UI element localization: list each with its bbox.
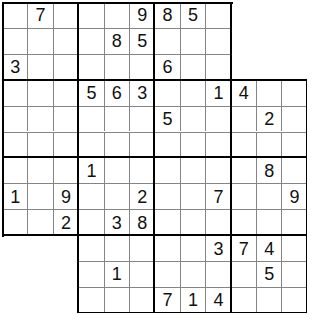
cell-r3c1-given: 3	[2, 54, 27, 80]
cell-r6c1[interactable]	[2, 132, 27, 158]
box-border-line	[77, 79, 79, 313]
cell-r12c10[interactable]	[231, 287, 256, 313]
box-border-line	[77, 79, 307, 81]
cell-r2c1[interactable]	[2, 28, 27, 54]
cell-r2c5-given: 8	[104, 28, 129, 54]
cell-r10c6[interactable]	[129, 235, 154, 261]
cell-r8c2[interactable]	[27, 183, 52, 209]
cell-r7c10[interactable]	[231, 157, 256, 183]
cell-r8c7[interactable]	[154, 183, 179, 209]
cell-r8c10[interactable]	[231, 183, 256, 209]
cell-r12c4[interactable]	[78, 287, 103, 313]
puzzle-page: 798585365631452181927923837415714	[0, 0, 312, 320]
cell-r5c7-given: 5	[154, 106, 179, 132]
cell-r7c6[interactable]	[129, 157, 154, 183]
cell-r11c11-given: 5	[256, 261, 281, 287]
cell-r3c4[interactable]	[78, 54, 103, 80]
cell-r2c4[interactable]	[78, 28, 103, 54]
cell-r9c11[interactable]	[256, 209, 281, 235]
cell-r4c1[interactable]	[2, 80, 27, 106]
box-border-line	[2, 2, 233, 4]
cell-r5c9[interactable]	[205, 106, 230, 132]
cell-r1c8-given: 5	[180, 2, 205, 28]
cell-r9c8[interactable]	[180, 209, 205, 235]
cell-r1c3[interactable]	[53, 2, 78, 28]
cell-r5c8[interactable]	[180, 106, 205, 132]
box-border-line	[77, 312, 307, 313]
cell-r11c7[interactable]	[154, 261, 179, 287]
cell-r3c7-given: 6	[154, 54, 179, 80]
cell-r10c9-given: 3	[205, 235, 230, 261]
cell-r5c3[interactable]	[53, 106, 78, 132]
cell-r4c2[interactable]	[27, 80, 52, 106]
cell-r12c7-given: 7	[154, 287, 179, 313]
cell-r3c3[interactable]	[53, 54, 78, 80]
cell-r7c1[interactable]	[2, 157, 27, 183]
cell-r8c1-given: 1	[2, 183, 27, 209]
cell-r4c9-given: 1	[205, 80, 230, 106]
cell-r10c8[interactable]	[180, 235, 205, 261]
cell-r6c6[interactable]	[129, 132, 154, 158]
cell-r3c6[interactable]	[129, 54, 154, 80]
cell-r3c2[interactable]	[27, 54, 52, 80]
cell-r11c9[interactable]	[205, 261, 230, 287]
cell-r7c9[interactable]	[205, 157, 230, 183]
cell-r6c5[interactable]	[104, 132, 129, 158]
cell-r11c8[interactable]	[180, 261, 205, 287]
cell-r3c5[interactable]	[104, 54, 129, 80]
cell-r8c11[interactable]	[256, 183, 281, 209]
cell-r1c4[interactable]	[78, 2, 103, 28]
cell-r5c10[interactable]	[231, 106, 256, 132]
cell-r12c9-given: 4	[205, 287, 230, 313]
box-border-line	[77, 234, 307, 236]
cell-r9c2[interactable]	[27, 209, 52, 235]
cell-r5c2[interactable]	[27, 106, 52, 132]
cell-r12c6[interactable]	[129, 287, 154, 313]
sudoku-board: 798585365631452181927923837415714	[2, 2, 307, 313]
cell-r7c7[interactable]	[154, 157, 179, 183]
cell-r8c6-given: 2	[129, 183, 154, 209]
cell-r4c5-given: 6	[104, 80, 129, 106]
cell-r8c3-given: 9	[53, 183, 78, 209]
cell-r9c12[interactable]	[281, 209, 306, 235]
cell-r5c1[interactable]	[2, 106, 27, 132]
cell-r6c9[interactable]	[205, 132, 230, 158]
cell-r4c11[interactable]	[256, 80, 281, 106]
cell-r5c11-given: 2	[256, 106, 281, 132]
cell-r8c4[interactable]	[78, 183, 103, 209]
cell-r4c8[interactable]	[180, 80, 205, 106]
box-border-line	[2, 2, 4, 237]
cell-r6c8[interactable]	[180, 132, 205, 158]
cell-r9c4[interactable]	[78, 209, 103, 235]
cell-r9c3-given: 2	[53, 209, 78, 235]
cell-r7c5[interactable]	[104, 157, 129, 183]
cell-r8c12-given: 9	[281, 183, 306, 209]
cell-r1c9[interactable]	[205, 2, 230, 28]
cell-r1c2-given: 7	[27, 2, 52, 28]
cell-r10c10-given: 7	[231, 235, 256, 261]
cell-r11c10[interactable]	[231, 261, 256, 287]
cell-r2c8[interactable]	[180, 28, 205, 54]
cell-r9c10[interactable]	[231, 209, 256, 235]
cell-r12c12[interactable]	[281, 287, 306, 313]
box-border-line	[77, 156, 307, 158]
cell-r5c5[interactable]	[104, 106, 129, 132]
cell-r3c8[interactable]	[180, 54, 205, 80]
cell-r9c7[interactable]	[154, 209, 179, 235]
cell-r6c7[interactable]	[154, 132, 179, 158]
cell-r6c10[interactable]	[231, 132, 256, 158]
cell-r10c7[interactable]	[154, 235, 179, 261]
cell-r6c12[interactable]	[281, 132, 306, 158]
cell-r5c6[interactable]	[129, 106, 154, 132]
cell-r10c12[interactable]	[281, 235, 306, 261]
cell-r3c9[interactable]	[205, 54, 230, 80]
box-border-line	[153, 79, 155, 313]
cell-r9c1[interactable]	[2, 209, 27, 235]
cell-r11c5-given: 1	[104, 261, 129, 287]
cell-r11c12[interactable]	[281, 261, 306, 287]
cell-r6c2[interactable]	[27, 132, 52, 158]
cell-r7c4-given: 1	[78, 157, 103, 183]
cell-r4c6-given: 3	[129, 80, 154, 106]
cell-r8c8[interactable]	[180, 183, 205, 209]
cell-r7c8[interactable]	[180, 157, 205, 183]
cell-r2c9[interactable]	[205, 28, 230, 54]
cell-r5c12[interactable]	[281, 106, 306, 132]
cell-r9c9[interactable]	[205, 209, 230, 235]
cell-r4c7[interactable]	[154, 80, 179, 106]
cell-r12c11[interactable]	[256, 287, 281, 313]
cell-r8c5[interactable]	[104, 183, 129, 209]
cell-r12c8-given: 1	[180, 287, 205, 313]
cell-r9c5-given: 3	[104, 209, 129, 235]
cell-r5c4[interactable]	[78, 106, 103, 132]
cell-r2c6-given: 5	[129, 28, 154, 54]
cell-r1c6-given: 9	[129, 2, 154, 28]
cell-r8c9-given: 7	[205, 183, 230, 209]
cell-r2c3[interactable]	[53, 28, 78, 54]
cell-r9c6-given: 8	[129, 209, 154, 235]
cell-r10c5[interactable]	[104, 235, 129, 261]
cell-r11c4[interactable]	[78, 261, 103, 287]
cell-r10c4[interactable]	[78, 235, 103, 261]
box-border-line	[306, 79, 307, 313]
cell-r4c4-given: 5	[78, 80, 103, 106]
cell-r1c5[interactable]	[104, 2, 129, 28]
cell-r1c7-given: 8	[154, 2, 179, 28]
cell-r11c6[interactable]	[129, 261, 154, 287]
cell-r7c3[interactable]	[53, 157, 78, 183]
cell-r1c1[interactable]	[2, 2, 27, 28]
cell-r6c3[interactable]	[53, 132, 78, 158]
cell-r12c5[interactable]	[104, 287, 129, 313]
cell-r4c10-given: 4	[231, 80, 256, 106]
cell-r6c11[interactable]	[256, 132, 281, 158]
cell-r4c3[interactable]	[53, 80, 78, 106]
cell-r7c12[interactable]	[281, 157, 306, 183]
cell-r4c12[interactable]	[281, 80, 306, 106]
cell-r7c11-given: 8	[256, 157, 281, 183]
cell-r7c2[interactable]	[27, 157, 52, 183]
cell-r2c7[interactable]	[154, 28, 179, 54]
box-border-line	[230, 79, 232, 313]
cell-r6c4[interactable]	[78, 132, 103, 158]
cell-r10c11-given: 4	[256, 235, 281, 261]
cell-r2c2[interactable]	[27, 28, 52, 54]
